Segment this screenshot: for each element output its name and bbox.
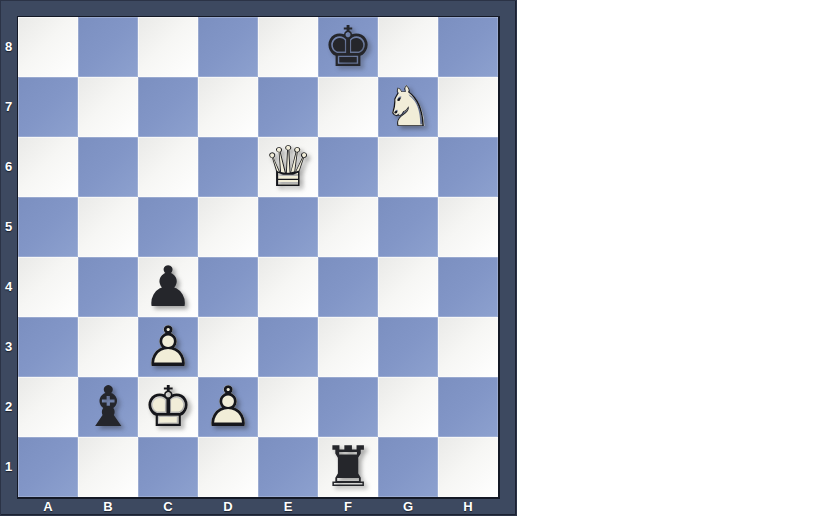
square-e8[interactable] xyxy=(258,17,318,77)
square-b3[interactable] xyxy=(78,317,138,377)
rank-label-3: 3 xyxy=(0,316,17,376)
square-f1[interactable]: ♜ xyxy=(318,437,378,497)
square-a6[interactable] xyxy=(18,137,78,197)
square-h6[interactable] xyxy=(438,137,498,197)
square-c2[interactable]: ♚♔ xyxy=(138,377,198,437)
square-g8[interactable] xyxy=(378,17,438,77)
square-c3[interactable]: ♟♙ xyxy=(138,317,198,377)
square-e7[interactable] xyxy=(258,77,318,137)
square-f5[interactable] xyxy=(318,197,378,257)
empty-right-area xyxy=(517,0,819,516)
square-e1[interactable] xyxy=(258,437,318,497)
square-h2[interactable] xyxy=(438,377,498,437)
white-pawn-outline: ♙ xyxy=(138,317,198,377)
square-a5[interactable] xyxy=(18,197,78,257)
square-d1[interactable] xyxy=(198,437,258,497)
black-pawn-glyph: ♟ xyxy=(138,257,198,317)
file-label-g: G xyxy=(378,497,438,516)
file-label-h: H xyxy=(438,497,498,516)
square-a4[interactable] xyxy=(18,257,78,317)
file-label-d: D xyxy=(198,497,258,516)
square-b2[interactable]: ♝ xyxy=(78,377,138,437)
rank-label-7: 7 xyxy=(0,76,17,136)
rank-label-1: 1 xyxy=(0,436,17,496)
black-rook-glyph: ♜ xyxy=(318,437,378,497)
piece-white-pawn[interactable]: ♟♙ xyxy=(198,377,258,437)
square-f8[interactable]: ♚ xyxy=(318,17,378,77)
rank-label-2: 2 xyxy=(0,376,17,436)
square-h7[interactable] xyxy=(438,77,498,137)
square-d2[interactable]: ♟♙ xyxy=(198,377,258,437)
square-h4[interactable] xyxy=(438,257,498,317)
square-g5[interactable] xyxy=(378,197,438,257)
piece-white-pawn[interactable]: ♟♙ xyxy=(138,317,198,377)
square-a3[interactable] xyxy=(18,317,78,377)
square-g3[interactable] xyxy=(378,317,438,377)
square-c4[interactable]: ♟ xyxy=(138,257,198,317)
piece-white-king[interactable]: ♚♔ xyxy=(138,377,198,437)
square-c1[interactable] xyxy=(138,437,198,497)
square-e6[interactable]: ♛♕ xyxy=(258,137,318,197)
square-f4[interactable] xyxy=(318,257,378,317)
square-d6[interactable] xyxy=(198,137,258,197)
square-f6[interactable] xyxy=(318,137,378,197)
piece-black-bishop[interactable]: ♝ xyxy=(78,377,138,437)
rank-label-4: 4 xyxy=(0,256,17,316)
square-e2[interactable] xyxy=(258,377,318,437)
rank-label-6: 6 xyxy=(0,136,17,196)
square-f3[interactable] xyxy=(318,317,378,377)
square-g1[interactable] xyxy=(378,437,438,497)
file-label-e: E xyxy=(258,497,318,516)
file-label-b: B xyxy=(78,497,138,516)
rank-label-5: 5 xyxy=(0,196,17,256)
square-f2[interactable] xyxy=(318,377,378,437)
piece-black-pawn[interactable]: ♟ xyxy=(138,257,198,317)
square-c5[interactable] xyxy=(138,197,198,257)
square-b6[interactable] xyxy=(78,137,138,197)
piece-white-knight[interactable]: ♞♘ xyxy=(378,77,438,137)
square-a2[interactable] xyxy=(18,377,78,437)
square-d8[interactable] xyxy=(198,17,258,77)
white-queen-outline: ♕ xyxy=(258,137,318,197)
screenshot-canvas: ♚♞♘♛♕♟♟♙♝♚♔♟♙♜ 87654321 ABCDEFGH xyxy=(0,0,819,516)
square-h3[interactable] xyxy=(438,317,498,377)
black-king-glyph: ♚ xyxy=(318,17,378,77)
square-h8[interactable] xyxy=(438,17,498,77)
white-knight-outline: ♘ xyxy=(378,77,438,137)
square-g7[interactable]: ♞♘ xyxy=(378,77,438,137)
square-d7[interactable] xyxy=(198,77,258,137)
square-c6[interactable] xyxy=(138,137,198,197)
square-b7[interactable] xyxy=(78,77,138,137)
white-king-outline: ♔ xyxy=(138,377,198,437)
square-d4[interactable] xyxy=(198,257,258,317)
file-label-f: F xyxy=(318,497,378,516)
square-f7[interactable] xyxy=(318,77,378,137)
square-d3[interactable] xyxy=(198,317,258,377)
black-bishop-glyph: ♝ xyxy=(78,377,138,437)
file-label-a: A xyxy=(18,497,78,516)
square-e5[interactable] xyxy=(258,197,318,257)
board-grid: ♚♞♘♛♕♟♟♙♝♚♔♟♙♜ xyxy=(17,16,500,499)
rank-label-8: 8 xyxy=(0,16,17,76)
square-e4[interactable] xyxy=(258,257,318,317)
piece-black-rook[interactable]: ♜ xyxy=(318,437,378,497)
square-g4[interactable] xyxy=(378,257,438,317)
square-c7[interactable] xyxy=(138,77,198,137)
square-g6[interactable] xyxy=(378,137,438,197)
square-b1[interactable] xyxy=(78,437,138,497)
square-a1[interactable] xyxy=(18,437,78,497)
square-c8[interactable] xyxy=(138,17,198,77)
square-h5[interactable] xyxy=(438,197,498,257)
square-a7[interactable] xyxy=(18,77,78,137)
square-h1[interactable] xyxy=(438,437,498,497)
piece-black-king[interactable]: ♚ xyxy=(318,17,378,77)
square-a8[interactable] xyxy=(18,17,78,77)
square-d5[interactable] xyxy=(198,197,258,257)
square-b5[interactable] xyxy=(78,197,138,257)
piece-white-queen[interactable]: ♛♕ xyxy=(258,137,318,197)
file-label-c: C xyxy=(138,497,198,516)
square-b4[interactable] xyxy=(78,257,138,317)
white-pawn-outline: ♙ xyxy=(198,377,258,437)
square-b8[interactable] xyxy=(78,17,138,77)
board-frame: ♚♞♘♛♕♟♟♙♝♚♔♟♙♜ 87654321 ABCDEFGH xyxy=(0,0,517,516)
square-e3[interactable] xyxy=(258,317,318,377)
square-g2[interactable] xyxy=(378,377,438,437)
